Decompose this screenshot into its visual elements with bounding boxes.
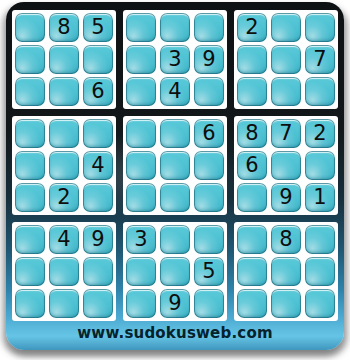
cell-r9c4[interactable] [126, 289, 156, 318]
cell-r2c6[interactable]: 9 [194, 45, 224, 74]
cell-r2c4[interactable] [126, 45, 156, 74]
cell-r8c5[interactable] [160, 257, 190, 286]
cell-r1c5[interactable] [160, 13, 190, 42]
cell-r3c9[interactable] [305, 77, 335, 106]
board-footer: www.sudokusweb.com [6, 320, 344, 346]
cell-r5c2[interactable] [49, 151, 79, 180]
block-1-1: 856 [12, 10, 116, 109]
cell-r8c2[interactable] [49, 257, 79, 286]
cell-r8c7[interactable] [237, 257, 267, 286]
block-3-2: 359 [123, 222, 227, 321]
cell-r9c9[interactable] [305, 289, 335, 318]
cell-r2c5[interactable]: 3 [160, 45, 190, 74]
block-2-3: 872691 [234, 116, 338, 215]
cell-r7c4[interactable]: 3 [126, 225, 156, 254]
cell-r6c4[interactable] [126, 183, 156, 212]
block-3-3: 8 [234, 222, 338, 321]
block-1-3: 27 [234, 10, 338, 109]
cell-r8c4[interactable] [126, 257, 156, 286]
cell-r6c5[interactable] [160, 183, 190, 212]
cell-r2c8[interactable] [271, 45, 301, 74]
cell-r9c1[interactable] [15, 289, 45, 318]
cell-r6c6[interactable] [194, 183, 224, 212]
cell-r8c6[interactable]: 5 [194, 257, 224, 286]
cell-r7c1[interactable] [15, 225, 45, 254]
cell-r4c9[interactable]: 2 [305, 119, 335, 148]
cell-r3c7[interactable] [237, 77, 267, 106]
cell-r8c3[interactable] [83, 257, 113, 286]
cell-r4c6[interactable]: 6 [194, 119, 224, 148]
cell-r5c7[interactable]: 6 [237, 151, 267, 180]
cell-r5c6[interactable] [194, 151, 224, 180]
cell-r1c2[interactable]: 8 [49, 13, 79, 42]
cell-r2c1[interactable] [15, 45, 45, 74]
cell-r2c2[interactable] [49, 45, 79, 74]
cell-r1c9[interactable] [305, 13, 335, 42]
sudoku-board: 85639427426872691493598 www.sudokusweb.c… [6, 2, 344, 350]
cell-r8c1[interactable] [15, 257, 45, 286]
cell-r4c2[interactable] [49, 119, 79, 148]
block-2-1: 42 [12, 116, 116, 215]
cell-r3c2[interactable] [49, 77, 79, 106]
cell-r9c7[interactable] [237, 289, 267, 318]
cell-r4c4[interactable] [126, 119, 156, 148]
cell-r3c4[interactable] [126, 77, 156, 106]
cell-r7c2[interactable]: 4 [49, 225, 79, 254]
cell-r7c7[interactable] [237, 225, 267, 254]
cell-r4c7[interactable]: 8 [237, 119, 267, 148]
cell-r2c9[interactable]: 7 [305, 45, 335, 74]
block-3-1: 49 [12, 222, 116, 321]
cell-r6c7[interactable] [237, 183, 267, 212]
cell-r3c1[interactable] [15, 77, 45, 106]
cell-r9c6[interactable] [194, 289, 224, 318]
cell-r3c6[interactable] [194, 77, 224, 106]
cell-r9c5[interactable]: 9 [160, 289, 190, 318]
cell-r9c3[interactable] [83, 289, 113, 318]
cell-r4c5[interactable] [160, 119, 190, 148]
cell-r2c3[interactable] [83, 45, 113, 74]
block-2-2: 6 [123, 116, 227, 215]
cell-r3c3[interactable]: 6 [83, 77, 113, 106]
cell-r4c1[interactable] [15, 119, 45, 148]
sudoku-grid: 85639427426872691493598 [12, 10, 338, 321]
cell-r7c3[interactable]: 9 [83, 225, 113, 254]
cell-r8c9[interactable] [305, 257, 335, 286]
cell-r1c3[interactable]: 5 [83, 13, 113, 42]
cell-r7c9[interactable] [305, 225, 335, 254]
cell-r2c7[interactable] [237, 45, 267, 74]
cell-r6c9[interactable]: 1 [305, 183, 335, 212]
cell-r6c1[interactable] [15, 183, 45, 212]
cell-r5c9[interactable] [305, 151, 335, 180]
cell-r5c4[interactable] [126, 151, 156, 180]
cell-r5c1[interactable] [15, 151, 45, 180]
cell-r7c8[interactable]: 8 [271, 225, 301, 254]
cell-r1c7[interactable]: 2 [237, 13, 267, 42]
cell-r3c8[interactable] [271, 77, 301, 106]
cell-r1c1[interactable] [15, 13, 45, 42]
cell-r3c5[interactable]: 4 [160, 77, 190, 106]
cell-r5c5[interactable] [160, 151, 190, 180]
cell-r7c6[interactable] [194, 225, 224, 254]
website-link[interactable]: www.sudokusweb.com [77, 324, 272, 342]
cell-r7c5[interactable] [160, 225, 190, 254]
cell-r5c8[interactable] [271, 151, 301, 180]
cell-r6c8[interactable]: 9 [271, 183, 301, 212]
block-1-2: 394 [123, 10, 227, 109]
cell-r6c2[interactable]: 2 [49, 183, 79, 212]
cell-r1c8[interactable] [271, 13, 301, 42]
cell-r5c3[interactable]: 4 [83, 151, 113, 180]
cell-r1c6[interactable] [194, 13, 224, 42]
cell-r9c2[interactable] [49, 289, 79, 318]
cell-r9c8[interactable] [271, 289, 301, 318]
cell-r4c8[interactable]: 7 [271, 119, 301, 148]
cell-r4c3[interactable] [83, 119, 113, 148]
cell-r1c4[interactable] [126, 13, 156, 42]
cell-r8c8[interactable] [271, 257, 301, 286]
cell-r6c3[interactable] [83, 183, 113, 212]
